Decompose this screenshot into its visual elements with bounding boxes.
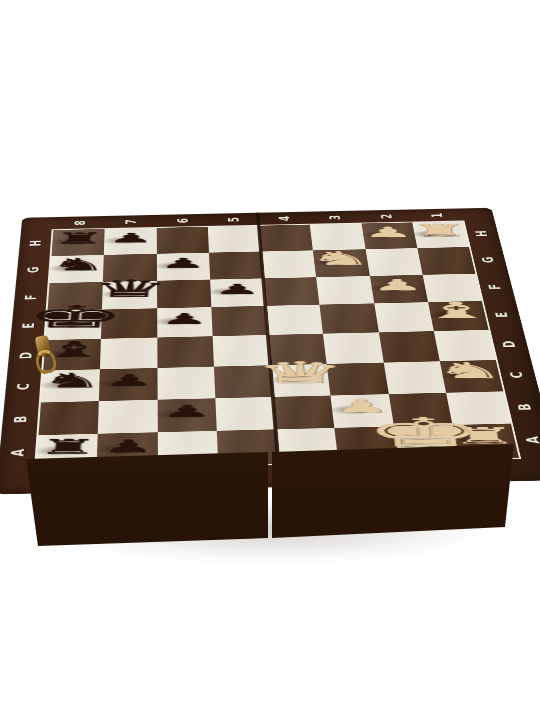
square-c6 [157,366,215,399]
square-b7 [98,399,157,433]
file-label-right-F: F [467,279,525,296]
square-c7 [99,368,157,401]
product-photo-stage: 8877665544332211HHGGFFEEDDCCBBAA ♜♟♟♜♞♟♞… [0,0,540,720]
square-c8 [41,369,100,402]
square-b5 [215,397,276,431]
black-pawn-f5: ♟ [211,282,264,293]
square-b1 [446,391,511,425]
black-king-e8: ♚ [18,301,133,325]
black-queen-f7: ♛ [85,277,174,296]
rank-label-top-5: 5 [220,207,246,232]
square-d2 [378,331,439,362]
black-rook-h8: ♜ [49,231,109,243]
square-c1 [440,360,504,393]
file-label-right-G: G [460,252,516,268]
chess-board: 8877665544332211HHGGFFEEDDCCBBAA ♜♟♟♜♞♟♞… [0,208,540,495]
white-pawn-f2: ♟ [368,277,427,289]
square-a2 [393,425,459,461]
rank-label-top-3: 3 [321,205,349,230]
square-e5 [211,306,268,336]
black-knight-g8: ♞ [45,256,111,269]
square-a5 [217,430,279,466]
black-pawn-h7: ♟ [105,231,156,241]
square-b4 [273,395,335,429]
square-b8 [39,401,100,436]
floor-shadow [45,498,495,562]
square-b6 [157,398,216,432]
square-c3 [327,362,388,395]
rank-label-top-4: 4 [270,206,297,231]
square-a6 [157,431,218,467]
square-c5 [214,365,273,398]
square-d6 [157,336,214,368]
square-c2 [383,361,446,394]
square-a7 [97,432,158,468]
white-pawn-h2: ♟ [360,225,417,236]
square-a1 [452,424,519,460]
square-a8 [36,434,98,470]
square-b2 [388,392,452,426]
square-f4 [263,277,320,306]
rank-label-top-6: 6 [169,208,195,233]
square-e4 [265,305,323,335]
square-e3 [320,304,379,334]
square-a3 [335,427,399,463]
black-pawn-g6: ♟ [157,256,209,267]
white-bishop-e1: ♝ [415,299,499,317]
square-b3 [331,394,394,428]
white-knight-g3: ♞ [305,249,377,264]
black-pawn-e6: ♟ [157,311,211,323]
square-a4 [276,428,339,464]
